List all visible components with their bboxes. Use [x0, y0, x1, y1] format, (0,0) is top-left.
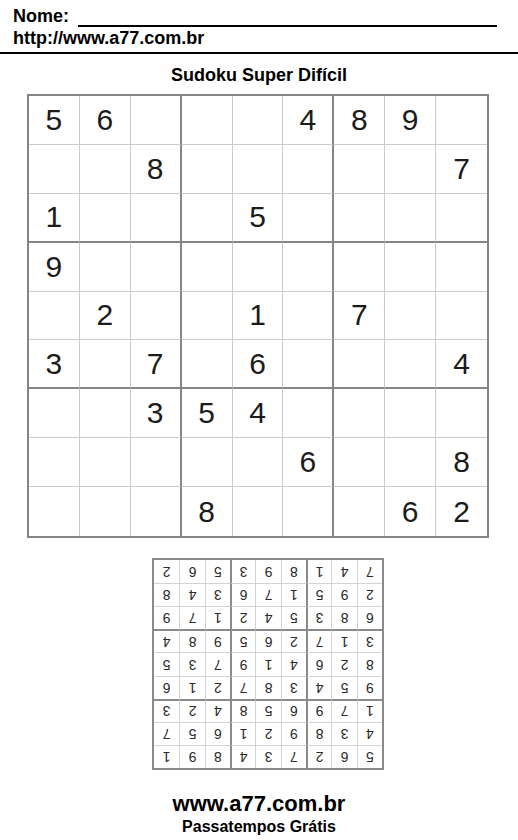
solution-grid-cell: 8 [255, 676, 280, 699]
footer-site: www.a77.com.br [0, 792, 518, 816]
solution-grid-cell: 6 [281, 699, 306, 722]
solution-grid-cell: 1 [154, 745, 179, 768]
solution-grid-cell: 7 [357, 560, 382, 583]
solution-grid-cell: 4 [205, 699, 230, 722]
name-label: Nome: [13, 6, 69, 27]
main-grid-cell: 6 [80, 96, 131, 145]
main-grid-cell [334, 194, 385, 243]
main-grid-cell [182, 145, 233, 194]
solution-grid-cell: 5 [306, 583, 331, 606]
main-grid-cell [283, 340, 334, 389]
main-grid-cell [334, 487, 385, 536]
main-grid-cell [131, 292, 182, 341]
solution-grid-cell: 3 [306, 606, 331, 629]
solution-grid-cell: 3 [331, 722, 356, 745]
solution-grid-cell: 2 [205, 676, 230, 699]
solution-grid-cell: 2 [281, 629, 306, 652]
main-grid-cell: 6 [283, 438, 334, 487]
main-grid-cell: 2 [80, 292, 131, 341]
solution-grid-cell: 9 [154, 606, 179, 629]
solution-grid-cell: 3 [281, 676, 306, 699]
solution-grid-cell: 2 [179, 699, 204, 722]
main-grid-cell [334, 243, 385, 292]
main-grid-cell [334, 145, 385, 194]
solution-grid-cell: 8 [306, 722, 331, 745]
main-grid-cell: 2 [436, 487, 487, 536]
solution-grid-cell: 8 [230, 699, 255, 722]
main-grid-cell [436, 243, 487, 292]
solution-grid-cell: 3 [154, 699, 179, 722]
main-grid-cell [233, 243, 284, 292]
main-grid-cell: 4 [436, 340, 487, 389]
solution-grid-cell: 5 [230, 629, 255, 652]
main-grid-cell: 6 [233, 340, 284, 389]
main-grid-cell [283, 194, 334, 243]
divider-rule [0, 52, 518, 54]
main-grid-cell [385, 194, 436, 243]
main-grid-cell [334, 389, 385, 438]
sudoku-solution-grid: 5627348914389216571796584239543872168264… [152, 558, 384, 770]
main-grid-cell [131, 194, 182, 243]
solution-grid-cell: 6 [306, 652, 331, 675]
main-grid-cell [283, 292, 334, 341]
main-grid-cell: 8 [131, 145, 182, 194]
solution-grid-cell: 6 [255, 629, 280, 652]
solution-grid-cell: 4 [230, 745, 255, 768]
solution-grid-cell: 1 [357, 699, 382, 722]
solution-grid-cell: 9 [230, 652, 255, 675]
solution-grid-cell: 9 [281, 722, 306, 745]
solution-grid-cell: 7 [281, 745, 306, 768]
main-grid-cell: 4 [283, 96, 334, 145]
solution-grid-cell: 5 [357, 745, 382, 768]
solution-grid-cell: 6 [230, 583, 255, 606]
main-grid-cell [131, 243, 182, 292]
solution-grid-cell: 8 [331, 606, 356, 629]
main-grid-cell: 1 [233, 292, 284, 341]
main-grid-cell [182, 292, 233, 341]
solution-grid-cell: 8 [205, 745, 230, 768]
solution-grid-cell: 5 [179, 722, 204, 745]
solution-grid-cell: 1 [179, 676, 204, 699]
main-grid-cell [436, 194, 487, 243]
solution-grid-cell: 4 [357, 722, 382, 745]
solution-grid-cell: 7 [205, 652, 230, 675]
main-grid-cell [334, 340, 385, 389]
main-grid-cell [29, 487, 80, 536]
main-grid-cell: 5 [29, 96, 80, 145]
sudoku-grid: 5648987159217376435468862 [27, 94, 489, 538]
main-grid-cell: 3 [131, 389, 182, 438]
solution-grid-cell: 1 [255, 652, 280, 675]
main-grid-cell [436, 389, 487, 438]
page: Nome: http://www.a77.com.br Sudoku Super… [0, 6, 518, 840]
solution-grid-cell: 7 [306, 629, 331, 652]
solution-grid-cell: 9 [179, 745, 204, 768]
main-grid-cell: 5 [233, 194, 284, 243]
solution-grid-cell: 5 [154, 652, 179, 675]
main-grid-cell [334, 438, 385, 487]
solution-grid-cell: 5 [255, 699, 280, 722]
main-grid-cell [233, 438, 284, 487]
solution-grid-cell: 7 [331, 699, 356, 722]
main-grid-cell [385, 340, 436, 389]
main-grid-cell [182, 340, 233, 389]
solution-grid-cell: 6 [331, 745, 356, 768]
main-grid-cell: 9 [29, 243, 80, 292]
solution-grid-cell: 9 [331, 583, 356, 606]
main-grid-cell [385, 438, 436, 487]
solution-grid-cell: 9 [357, 676, 382, 699]
name-row: Nome: [13, 6, 504, 27]
solution-grid-cell: 7 [154, 722, 179, 745]
solution-grid-cell: 2 [357, 583, 382, 606]
main-grid-cell: 8 [436, 438, 487, 487]
solution-grid-cell: 2 [154, 560, 179, 583]
solution-grid-cell: 8 [357, 652, 382, 675]
main-grid-cell: 1 [29, 194, 80, 243]
solution-grid-cell: 9 [306, 699, 331, 722]
solution-grid-cell: 4 [281, 652, 306, 675]
main-grid-cell [283, 487, 334, 536]
main-grid-cell [131, 438, 182, 487]
main-grid-cell [233, 487, 284, 536]
main-grid-cell [80, 487, 131, 536]
main-grid-cell [283, 243, 334, 292]
main-grid-cell [385, 145, 436, 194]
main-grid-cell: 7 [436, 145, 487, 194]
solution-grid-cell: 8 [154, 583, 179, 606]
main-grid-cell [283, 389, 334, 438]
solution-grid-cell: 4 [179, 583, 204, 606]
main-grid-cell [182, 96, 233, 145]
solution-grid-cell: 2 [331, 652, 356, 675]
main-grid-cell [131, 96, 182, 145]
main-grid-cell [436, 292, 487, 341]
solution-grid-cell: 5 [205, 560, 230, 583]
solution-grid-cell: 9 [255, 560, 280, 583]
main-grid-cell: 7 [131, 340, 182, 389]
main-grid-cell: 9 [385, 96, 436, 145]
main-grid-cell [131, 487, 182, 536]
main-grid-cell [29, 292, 80, 341]
solution-grid-cell: 3 [255, 745, 280, 768]
solution-grid-cell: 7 [255, 583, 280, 606]
page-title: Sudoku Super Difícil [0, 65, 518, 86]
solution-grid-cell: 1 [230, 722, 255, 745]
main-grid-cell [80, 243, 131, 292]
main-grid-cell [80, 145, 131, 194]
main-grid-cell: 8 [182, 487, 233, 536]
solution-grid-cell: 7 [230, 676, 255, 699]
solution-grid-cell: 5 [281, 606, 306, 629]
solution-grid-cell: 4 [331, 560, 356, 583]
solution-grid-cell: 4 [255, 606, 280, 629]
main-grid-cell: 5 [182, 389, 233, 438]
solution-grid-cell: 6 [357, 606, 382, 629]
name-blank-line [78, 8, 497, 27]
solution-grid-cell: 5 [331, 676, 356, 699]
main-grid-cell [182, 438, 233, 487]
main-grid-cell [385, 243, 436, 292]
site-url: http://www.a77.com.br [13, 28, 518, 49]
solution-grid-cell: 2 [306, 745, 331, 768]
main-grid-cell [233, 145, 284, 194]
solution-grid-cell: 8 [281, 560, 306, 583]
solution-grid-cell: 9 [205, 629, 230, 652]
main-grid-cell: 4 [233, 389, 284, 438]
solution-grid-cell: 6 [154, 676, 179, 699]
main-grid-cell [80, 340, 131, 389]
solution-grid-cell: 4 [154, 629, 179, 652]
solution-grid-cell: 6 [179, 560, 204, 583]
solution-grid-cell: 3 [230, 560, 255, 583]
solution-grid-cell: 1 [331, 629, 356, 652]
main-grid-cell [436, 96, 487, 145]
main-grid-cell [182, 243, 233, 292]
main-grid-cell [385, 389, 436, 438]
main-grid-cell [29, 438, 80, 487]
main-grid-cell [29, 145, 80, 194]
main-grid-cell: 8 [334, 96, 385, 145]
solution-grid-cell: 1 [281, 583, 306, 606]
solution-grid-cell: 2 [255, 722, 280, 745]
footer-tagline: Passatempos Grátis [0, 817, 518, 836]
main-grid-cell [29, 389, 80, 438]
main-grid-cell [80, 389, 131, 438]
main-grid-cell [233, 96, 284, 145]
main-grid-cell: 6 [385, 487, 436, 536]
main-grid-cell [80, 194, 131, 243]
main-grid-cell [283, 145, 334, 194]
main-grid-cell: 3 [29, 340, 80, 389]
solution-grid-cell: 1 [205, 606, 230, 629]
solution-grid-cell: 8 [179, 629, 204, 652]
main-grid-cell [80, 438, 131, 487]
solution-grid-cell: 2 [230, 606, 255, 629]
solution-grid-cell: 3 [357, 629, 382, 652]
solution-grid-cell: 4 [306, 676, 331, 699]
solution-grid-cell: 3 [205, 583, 230, 606]
main-grid-cell [385, 292, 436, 341]
solution-grid-cell: 7 [179, 606, 204, 629]
main-grid-cell: 7 [334, 292, 385, 341]
main-grid-cell [182, 194, 233, 243]
solution-grid-cell: 1 [306, 560, 331, 583]
solution-grid-cell: 3 [179, 652, 204, 675]
solution-grid-cell: 6 [205, 722, 230, 745]
